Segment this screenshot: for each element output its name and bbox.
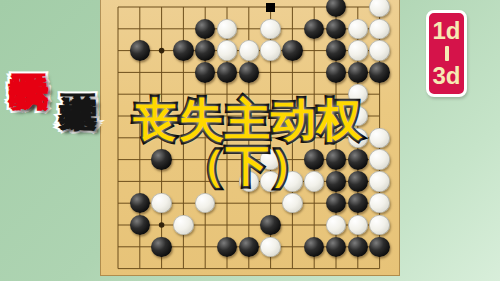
- white-stone: [260, 237, 281, 258]
- black-stone: [282, 40, 303, 61]
- white-stone: [369, 19, 390, 40]
- black-stone: [326, 62, 347, 83]
- black-stone: [217, 62, 238, 83]
- white-stone: [260, 40, 281, 61]
- black-stone: [260, 215, 281, 236]
- black-square-marker: [266, 3, 275, 12]
- black-stone: [326, 237, 347, 258]
- white-stone: [348, 215, 369, 236]
- white-stone: [369, 215, 390, 236]
- black-stone: [195, 40, 216, 61]
- black-stone: [239, 62, 260, 83]
- black-stone: [348, 62, 369, 83]
- black-stone: [195, 62, 216, 83]
- black-stone: [151, 237, 172, 258]
- black-stone: [239, 237, 260, 258]
- rank-top: 1d: [432, 19, 460, 43]
- black-stone: [326, 40, 347, 61]
- black-stone: [173, 40, 194, 61]
- black-stone: [326, 19, 347, 40]
- white-stone: [217, 40, 238, 61]
- rank-bottom: 3d: [432, 64, 460, 88]
- white-stone: [217, 19, 238, 40]
- black-stone: [369, 62, 390, 83]
- white-stone: [260, 19, 281, 40]
- black-stone: [348, 237, 369, 258]
- white-stone: [173, 215, 194, 236]
- black-stone: [217, 237, 238, 258]
- white-stone: [348, 40, 369, 61]
- white-stone: [151, 193, 172, 214]
- black-stone: [369, 237, 390, 258]
- rank-badge: 1d 3d: [426, 10, 467, 97]
- black-stone: [130, 215, 151, 236]
- white-stone: [369, 40, 390, 61]
- white-stone: [282, 193, 303, 214]
- main-title-line2: （下）: [88, 137, 408, 195]
- white-stone: [369, 193, 390, 214]
- thumbnail-screen: 斩断实战恶手 探索棋之正道 丧失主动权 （下） 1d 3d: [0, 0, 500, 281]
- rank-separator-bar: [445, 46, 449, 61]
- black-stone: [130, 40, 151, 61]
- white-stone: [348, 19, 369, 40]
- white-stone: [239, 40, 260, 61]
